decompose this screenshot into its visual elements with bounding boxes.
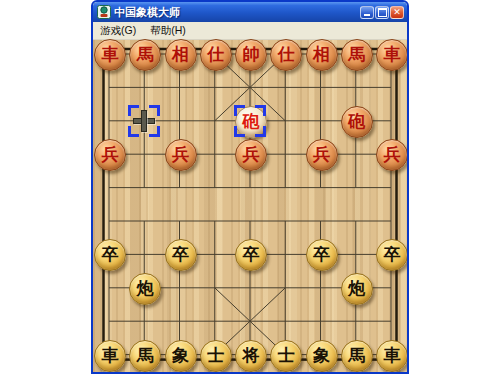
piece-将[interactable]: 将 bbox=[235, 340, 267, 372]
piece-車[interactable]: 車 bbox=[94, 39, 126, 71]
piece-士[interactable]: 士 bbox=[270, 340, 302, 372]
minimize-button[interactable] bbox=[360, 6, 374, 19]
piece-車[interactable]: 車 bbox=[376, 340, 408, 372]
piece-炮[interactable]: 炮 bbox=[341, 273, 373, 305]
piece-相[interactable]: 相 bbox=[306, 39, 338, 71]
piece-仕[interactable]: 仕 bbox=[200, 39, 232, 71]
app-window: 中国象棋大师 ✕ 游戏(G) 帮助(H) 車馬相仕帥仕相馬車砲砲兵兵兵兵兵卒卒卒… bbox=[91, 0, 409, 374]
piece-象[interactable]: 象 bbox=[165, 340, 197, 372]
piece-帥[interactable]: 帥 bbox=[235, 39, 267, 71]
xiangqi-board[interactable]: 車馬相仕帥仕相馬車砲砲兵兵兵兵兵卒卒卒卒卒炮炮車馬象士将士象馬車 bbox=[93, 40, 407, 374]
piece-車[interactable]: 車 bbox=[94, 340, 126, 372]
piece-馬[interactable]: 馬 bbox=[129, 39, 161, 71]
maximize-icon bbox=[378, 8, 387, 17]
piece-馬[interactable]: 馬 bbox=[129, 340, 161, 372]
minimize-icon bbox=[364, 14, 370, 16]
piece-兵[interactable]: 兵 bbox=[306, 139, 338, 171]
piece-兵[interactable]: 兵 bbox=[376, 139, 408, 171]
window-title: 中国象棋大师 bbox=[114, 2, 360, 22]
piece-兵[interactable]: 兵 bbox=[94, 139, 126, 171]
piece-炮[interactable]: 炮 bbox=[129, 273, 161, 305]
move-to-marker bbox=[234, 105, 266, 137]
piece-馬[interactable]: 馬 bbox=[341, 340, 373, 372]
piece-仕[interactable]: 仕 bbox=[270, 39, 302, 71]
menu-help[interactable]: 帮助(H) bbox=[143, 23, 193, 39]
piece-兵[interactable]: 兵 bbox=[165, 139, 197, 171]
menu-game[interactable]: 游戏(G) bbox=[93, 23, 143, 39]
title-bar[interactable]: 中国象棋大师 ✕ bbox=[93, 2, 407, 22]
piece-車[interactable]: 車 bbox=[376, 39, 408, 71]
piece-士[interactable]: 士 bbox=[200, 340, 232, 372]
piece-象[interactable]: 象 bbox=[306, 340, 338, 372]
board-grid bbox=[93, 40, 407, 374]
piece-相[interactable]: 相 bbox=[165, 39, 197, 71]
window-controls: ✕ bbox=[360, 6, 404, 19]
cursor-crosshair-icon bbox=[133, 110, 155, 132]
piece-卒[interactable]: 卒 bbox=[165, 239, 197, 271]
menu-bar: 游戏(G) 帮助(H) bbox=[93, 22, 407, 40]
piece-砲[interactable]: 砲 bbox=[341, 106, 373, 138]
piece-馬[interactable]: 馬 bbox=[341, 39, 373, 71]
maximize-button[interactable] bbox=[375, 6, 389, 19]
close-icon: ✕ bbox=[393, 8, 401, 17]
app-icon bbox=[97, 5, 111, 19]
piece-卒[interactable]: 卒 bbox=[306, 239, 338, 271]
piece-兵[interactable]: 兵 bbox=[235, 139, 267, 171]
close-button[interactable]: ✕ bbox=[390, 6, 404, 19]
